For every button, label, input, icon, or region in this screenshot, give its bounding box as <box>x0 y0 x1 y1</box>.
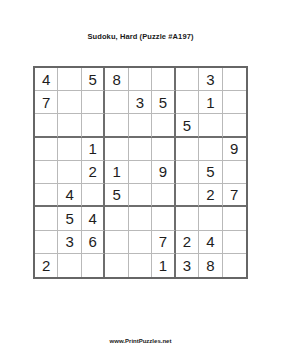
sudoku-cell[interactable] <box>58 254 81 277</box>
sudoku-cell[interactable] <box>152 114 175 137</box>
sudoku-cell[interactable] <box>152 68 175 91</box>
sudoku-cell[interactable]: 9 <box>223 138 246 161</box>
sudoku-cell[interactable]: 4 <box>58 184 81 207</box>
sudoku-cell[interactable]: 5 <box>105 184 128 207</box>
sudoku-cell[interactable] <box>129 138 152 161</box>
sudoku-cell[interactable] <box>199 114 222 137</box>
sudoku-cell[interactable]: 1 <box>82 138 105 161</box>
sudoku-cell[interactable]: 3 <box>199 68 222 91</box>
sudoku-cell[interactable]: 1 <box>199 91 222 114</box>
sudoku-cell[interactable]: 2 <box>176 231 199 254</box>
sudoku-cell[interactable] <box>58 138 81 161</box>
sudoku-cell[interactable] <box>129 231 152 254</box>
sudoku-cell[interactable]: 4 <box>199 231 222 254</box>
sudoku-cell[interactable]: 7 <box>223 184 246 207</box>
sudoku-cell[interactable]: 1 <box>152 254 175 277</box>
sudoku-cell[interactable] <box>129 184 152 207</box>
sudoku-cell[interactable] <box>105 207 128 230</box>
sudoku-cell[interactable] <box>152 138 175 161</box>
sudoku-cell[interactable] <box>176 68 199 91</box>
sudoku-cell[interactable]: 5 <box>58 207 81 230</box>
sudoku-cell[interactable]: 6 <box>82 231 105 254</box>
sudoku-cell[interactable] <box>35 138 58 161</box>
sudoku-cell[interactable]: 7 <box>35 91 58 114</box>
sudoku-cell[interactable] <box>129 68 152 91</box>
sudoku-cell[interactable] <box>176 207 199 230</box>
sudoku-cell[interactable]: 7 <box>152 231 175 254</box>
sudoku-cell[interactable]: 3 <box>58 231 81 254</box>
sudoku-board: 458373515192195452754367242138 <box>33 66 248 279</box>
sudoku-cell[interactable] <box>129 161 152 184</box>
sudoku-cell[interactable] <box>223 114 246 137</box>
sudoku-cell[interactable] <box>82 254 105 277</box>
sudoku-cell[interactable]: 9 <box>152 161 175 184</box>
sudoku-cell[interactable] <box>129 114 152 137</box>
sudoku-cell[interactable]: 8 <box>199 254 222 277</box>
sudoku-cell[interactable] <box>105 231 128 254</box>
sudoku-cell[interactable] <box>129 207 152 230</box>
sudoku-cell[interactable] <box>152 207 175 230</box>
sudoku-cell[interactable] <box>176 184 199 207</box>
sudoku-cell[interactable] <box>35 207 58 230</box>
sudoku-cell[interactable] <box>58 161 81 184</box>
sudoku-cell[interactable] <box>152 184 175 207</box>
sudoku-cell[interactable]: 8 <box>105 68 128 91</box>
sudoku-cell[interactable] <box>105 138 128 161</box>
sudoku-cell[interactable] <box>105 91 128 114</box>
sudoku-cell[interactable]: 2 <box>35 254 58 277</box>
sudoku-cell[interactable] <box>176 91 199 114</box>
sudoku-cell[interactable] <box>58 91 81 114</box>
sudoku-cell[interactable]: 5 <box>82 68 105 91</box>
sudoku-cell[interactable] <box>35 184 58 207</box>
sudoku-cell[interactable] <box>223 68 246 91</box>
sudoku-cell[interactable] <box>176 138 199 161</box>
sudoku-cell[interactable] <box>35 231 58 254</box>
sudoku-page: Sudoku, Hard (Puzzle #A197) 458373515192… <box>0 0 281 363</box>
sudoku-cell[interactable] <box>105 114 128 137</box>
sudoku-cell[interactable] <box>129 254 152 277</box>
sudoku-cell[interactable]: 2 <box>82 161 105 184</box>
sudoku-cell[interactable] <box>176 161 199 184</box>
sudoku-cell[interactable] <box>199 207 222 230</box>
sudoku-cell[interactable] <box>82 91 105 114</box>
sudoku-cell[interactable] <box>82 114 105 137</box>
sudoku-cell[interactable] <box>223 254 246 277</box>
sudoku-cell[interactable] <box>82 184 105 207</box>
sudoku-cell[interactable]: 5 <box>152 91 175 114</box>
sudoku-cell[interactable] <box>58 114 81 137</box>
sudoku-cell[interactable]: 3 <box>129 91 152 114</box>
sudoku-cell[interactable]: 4 <box>82 207 105 230</box>
page-title: Sudoku, Hard (Puzzle #A197) <box>0 32 281 41</box>
sudoku-cell[interactable]: 5 <box>199 161 222 184</box>
sudoku-cell[interactable]: 5 <box>176 114 199 137</box>
sudoku-cell[interactable] <box>223 231 246 254</box>
sudoku-cell[interactable] <box>58 68 81 91</box>
sudoku-cell[interactable]: 4 <box>35 68 58 91</box>
sudoku-cell[interactable]: 3 <box>176 254 199 277</box>
sudoku-cell[interactable] <box>223 91 246 114</box>
footer-url: www.PrintPuzzles.net <box>0 338 281 344</box>
sudoku-cell[interactable] <box>35 161 58 184</box>
sudoku-cell[interactable] <box>199 138 222 161</box>
sudoku-cell[interactable] <box>223 161 246 184</box>
sudoku-cell[interactable]: 1 <box>105 161 128 184</box>
sudoku-cell[interactable] <box>105 254 128 277</box>
sudoku-cell[interactable] <box>223 207 246 230</box>
sudoku-cell[interactable] <box>35 114 58 137</box>
sudoku-cell[interactable]: 2 <box>199 184 222 207</box>
